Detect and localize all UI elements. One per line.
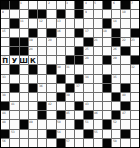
cell-r5c1[interactable]	[1, 38, 9, 46]
black-cell-r7c8	[66, 56, 74, 64]
cell-r9c11[interactable]	[94, 75, 102, 83]
cell-r7c11[interactable]	[94, 56, 102, 64]
black-cell-r14c9	[75, 120, 83, 128]
cell-r1c3[interactable]: 1	[20, 1, 28, 9]
cell-r14c14[interactable]	[121, 120, 129, 128]
cell-r8c9[interactable]	[75, 65, 83, 73]
cell-r11c12[interactable]	[103, 93, 111, 101]
cell-r4c3[interactable]	[20, 29, 28, 37]
cell-r14c2[interactable]	[10, 120, 18, 128]
cell-r2c11[interactable]	[94, 10, 102, 18]
black-cell-r8c4	[29, 65, 37, 73]
cell-r14c10[interactable]: 51	[84, 120, 92, 128]
black-cell-r3c12	[103, 19, 111, 27]
cell-r2c10[interactable]: 9	[84, 10, 92, 18]
cell-r16c4[interactable]	[29, 139, 37, 147]
cell-r9c6[interactable]	[47, 75, 55, 83]
cell-r15c2[interactable]: 53	[10, 130, 18, 138]
cell-r16c6[interactable]	[47, 139, 55, 147]
black-cell-r11c13	[112, 93, 120, 101]
clue-number: 50	[57, 120, 60, 123]
black-cell-r13c5	[38, 111, 46, 119]
black-cell-r4c13	[112, 29, 120, 37]
cell-r12c13[interactable]	[112, 102, 120, 110]
cell-r6c8[interactable]	[66, 47, 74, 55]
clue-number: 33	[2, 75, 5, 78]
cell-r7c5[interactable]	[38, 56, 46, 64]
cell-r7c3[interactable]: Ш	[20, 56, 28, 64]
black-cell-r4c4	[29, 29, 37, 37]
black-cell-r14c3	[20, 120, 28, 128]
cell-r13c6[interactable]	[47, 111, 55, 119]
black-cell-r13c7	[57, 111, 65, 119]
cell-r16c8[interactable]: 57	[66, 139, 74, 147]
cell-r9c13[interactable]: 35	[112, 75, 120, 83]
cell-r5c7[interactable]	[57, 38, 65, 46]
cell-r8c5[interactable]	[38, 65, 46, 73]
black-cell-r4c9	[75, 29, 83, 37]
cell-r16c5[interactable]	[38, 139, 46, 147]
cell-r10c10[interactable]	[84, 84, 92, 92]
cell-r3c15[interactable]	[131, 19, 139, 27]
cell-r4c1[interactable]: 15	[1, 29, 9, 37]
cell-r13c15[interactable]	[131, 111, 139, 119]
cell-r3c14[interactable]	[121, 19, 129, 27]
cell-r1c6[interactable]: 2	[47, 1, 55, 9]
cell-r14c1[interactable]: 48	[1, 120, 9, 128]
cell-r9c10[interactable]: 34	[84, 75, 92, 83]
cell-r7c6[interactable]	[47, 56, 55, 64]
cell-r16c10[interactable]	[84, 139, 92, 147]
cell-r10c9[interactable]: 37	[75, 84, 83, 92]
black-cell-r15c10	[84, 130, 92, 138]
cell-r3c13[interactable]: 14	[112, 19, 120, 27]
cell-r13c3[interactable]	[20, 111, 28, 119]
clue-number: 58	[113, 139, 116, 142]
cell-r10c11[interactable]	[94, 84, 102, 92]
black-cell-r9c9	[75, 75, 83, 83]
cell-r9c14[interactable]	[121, 75, 129, 83]
clue-number: 32	[131, 65, 134, 68]
black-cell-r12c5	[38, 102, 46, 110]
cell-r8c7[interactable]: 30	[57, 65, 65, 73]
cell-r16c1[interactable]: 56	[1, 139, 9, 147]
clue-number: 30	[57, 65, 60, 68]
clue-number: 36	[39, 84, 42, 87]
cell-r16c14[interactable]	[121, 139, 129, 147]
cell-r15c5[interactable]	[38, 130, 46, 138]
cell-r13c1[interactable]: 44	[1, 111, 9, 119]
filled-letter: К	[29, 56, 37, 64]
cell-r14c7[interactable]: 50	[57, 120, 65, 128]
cell-r10c13[interactable]	[112, 84, 120, 92]
black-cell-r14c12	[103, 120, 111, 128]
clue-number: 14	[113, 19, 116, 22]
cell-r10c7[interactable]	[57, 84, 65, 92]
cell-r9c2[interactable]	[10, 75, 18, 83]
cell-r7c14[interactable]	[121, 56, 129, 64]
cell-r8c3[interactable]	[20, 65, 28, 73]
black-cell-r9c7	[57, 75, 65, 83]
cell-r12c2[interactable]: 41	[10, 102, 18, 110]
black-cell-r6c14	[121, 47, 129, 55]
clue-number: 5	[94, 1, 96, 4]
cell-r7c7[interactable]	[57, 56, 65, 64]
cell-r3c11[interactable]	[94, 19, 102, 27]
clue-number: 10	[122, 10, 125, 13]
clue-number: 4	[85, 1, 87, 4]
cell-r4c2[interactable]	[10, 29, 18, 37]
cell-r11c11[interactable]	[94, 93, 102, 101]
black-cell-r5c10	[84, 38, 92, 46]
cell-r15c8[interactable]	[66, 130, 74, 138]
clue-number: 23	[131, 38, 134, 41]
cell-r1c10[interactable]: 4	[84, 1, 92, 9]
black-cell-r6c3	[20, 47, 28, 55]
black-cell-r7c12	[103, 56, 111, 64]
black-cell-r5c2	[10, 38, 18, 46]
cell-r6c12[interactable]	[103, 47, 111, 55]
cell-r4c7[interactable]: 16	[57, 29, 65, 37]
cell-r9c15[interactable]	[131, 75, 139, 83]
clue-number: 29	[113, 56, 116, 59]
cell-r15c12[interactable]	[103, 130, 111, 138]
cell-r12c7[interactable]	[57, 102, 65, 110]
clue-number: 31	[66, 65, 69, 68]
cell-r7c4[interactable]: К	[29, 56, 37, 64]
cell-r15c3[interactable]	[20, 130, 28, 138]
cell-r11c2[interactable]	[10, 93, 18, 101]
cell-r11c4[interactable]	[29, 93, 37, 101]
clue-number: 53	[11, 130, 14, 133]
cell-r8c13[interactable]	[112, 65, 120, 73]
black-cell-r1c12	[103, 1, 111, 9]
cell-r8c12[interactable]	[103, 65, 111, 73]
cell-r2c15[interactable]	[131, 10, 139, 18]
clue-number: 40	[122, 93, 125, 96]
clue-number: 20	[48, 38, 51, 41]
cell-r13c2[interactable]	[10, 111, 18, 119]
black-cell-r1c2	[10, 1, 18, 9]
cell-r9c3[interactable]	[20, 75, 28, 83]
clue-number: 1	[20, 1, 22, 4]
black-cell-r15c1	[1, 130, 9, 138]
cell-r5c5[interactable]	[38, 38, 46, 46]
cell-r15c15[interactable]	[131, 130, 139, 138]
black-cell-r6c2	[10, 47, 18, 55]
clue-number: 51	[85, 120, 88, 123]
cell-r9c5[interactable]	[38, 75, 46, 83]
cell-r11c6[interactable]	[47, 93, 55, 101]
black-cell-r3c2	[10, 19, 18, 27]
cell-r6c10[interactable]: 25	[84, 47, 92, 55]
cell-r12c15[interactable]	[131, 102, 139, 110]
cell-r12c11[interactable]	[94, 102, 102, 110]
clue-number: 56	[2, 139, 5, 142]
cell-r11c15[interactable]	[131, 93, 139, 101]
cell-r16c15[interactable]	[131, 139, 139, 147]
cell-r3c9[interactable]	[75, 19, 83, 27]
cell-r14c11[interactable]	[94, 120, 102, 128]
clue-number: 44	[2, 111, 5, 114]
cell-r15c13[interactable]	[112, 130, 120, 138]
cell-r6c13[interactable]: 26	[112, 47, 120, 55]
cell-r11c10[interactable]	[84, 93, 92, 101]
cell-r12c4[interactable]	[29, 102, 37, 110]
cell-r12c10[interactable]: 43	[84, 102, 92, 110]
cell-r3c7[interactable]: 13	[57, 19, 65, 27]
crossword-grid: 1234567891011121314151617181920212223242…	[1, 1, 139, 147]
cell-r2c14[interactable]: 10	[121, 10, 129, 18]
black-cell-r2c7	[57, 10, 65, 18]
cell-r5c11[interactable]: 21	[94, 38, 102, 46]
cell-r14c15[interactable]	[131, 120, 139, 128]
black-cell-r1c9	[75, 1, 83, 9]
black-cell-r9c12	[103, 75, 111, 83]
crossword-board: 1234567891011121314151617181920212223242…	[0, 0, 140, 148]
cell-r14c6[interactable]	[47, 120, 55, 128]
cell-r15c9[interactable]	[75, 130, 83, 138]
black-cell-r5c13	[112, 38, 120, 46]
cell-r16c2[interactable]	[10, 139, 18, 147]
cell-r6c6[interactable]	[47, 47, 55, 55]
cell-r10c5[interactable]: 36	[38, 84, 46, 92]
cell-r1c5[interactable]	[38, 1, 46, 9]
cell-r3c8[interactable]	[66, 19, 74, 27]
cell-r5c14[interactable]: 22	[121, 38, 129, 46]
cell-r2c13[interactable]	[112, 10, 120, 18]
cell-r10c6[interactable]	[47, 84, 55, 92]
cell-r2c3[interactable]	[20, 10, 28, 18]
cell-r8c11[interactable]	[94, 65, 102, 73]
cell-r4c12[interactable]: 18	[103, 29, 111, 37]
black-cell-r8c2	[10, 65, 18, 73]
cell-r15c7[interactable]: 54	[57, 130, 65, 138]
cell-r12c3[interactable]	[20, 102, 28, 110]
clue-number: 47	[122, 111, 125, 114]
cell-r12c6[interactable]: 42	[47, 102, 55, 110]
clue-number: 42	[48, 102, 51, 105]
clue-number: 12	[39, 19, 42, 22]
clue-number: 18	[103, 29, 106, 32]
clue-number: 49	[29, 120, 32, 123]
filled-letter: Ш	[20, 56, 28, 64]
cell-r3c3[interactable]: 11	[20, 19, 28, 27]
black-cell-r11c7	[57, 93, 65, 101]
black-cell-r6c9	[75, 47, 83, 55]
black-cell-r5c3	[20, 38, 28, 46]
black-cell-r10c12	[103, 84, 111, 92]
cell-r12c12[interactable]	[103, 102, 111, 110]
black-cell-r10c2	[10, 84, 18, 92]
clue-number: 17	[85, 29, 88, 32]
cell-r9c1[interactable]: 33	[1, 75, 9, 83]
cell-r14c5[interactable]	[38, 120, 46, 128]
black-cell-r4c15	[131, 29, 139, 37]
clue-number: 28	[85, 56, 88, 59]
cell-r15c11[interactable]: 55	[94, 130, 102, 138]
cell-r6c11[interactable]	[94, 47, 102, 55]
cell-r7c10[interactable]: 28	[84, 56, 92, 64]
clue-number: 25	[85, 47, 88, 50]
clue-number: 39	[66, 93, 69, 96]
cell-r3c4[interactable]	[29, 19, 37, 27]
cell-r4c14[interactable]	[121, 29, 129, 37]
clue-number: 16	[57, 29, 60, 32]
clue-number: 26	[113, 47, 116, 50]
cell-r8c10[interactable]	[84, 65, 92, 73]
clue-number: 52	[113, 120, 116, 123]
cell-r11c14[interactable]: 40	[121, 93, 129, 101]
cell-r5c8[interactable]	[66, 38, 74, 46]
cell-r2c2[interactable]	[10, 10, 18, 18]
cell-r15c4[interactable]	[29, 130, 37, 138]
black-cell-r10c14	[121, 84, 129, 92]
black-cell-r2c5	[38, 10, 46, 18]
clue-number: 7	[131, 1, 133, 4]
black-cell-r1c14	[121, 1, 129, 9]
clue-number: 2	[48, 1, 50, 4]
clue-number: 46	[94, 111, 97, 114]
cell-r2c12[interactable]	[103, 10, 111, 18]
cell-r7c1[interactable]: 27П	[1, 56, 9, 64]
cell-r1c4[interactable]	[29, 1, 37, 9]
cell-r8c8[interactable]: 31	[66, 65, 74, 73]
cell-r4c10[interactable]: 17	[84, 29, 92, 37]
cell-r11c9[interactable]	[75, 93, 83, 101]
cell-r16c9[interactable]	[75, 139, 83, 147]
cell-r2c1[interactable]: 8	[1, 10, 9, 18]
cell-r2c6[interactable]	[47, 10, 55, 18]
cell-r3c1[interactable]	[1, 19, 9, 27]
cell-r9c4[interactable]	[29, 75, 37, 83]
cell-r8c1[interactable]	[1, 65, 9, 73]
cell-r3c10[interactable]	[84, 19, 92, 27]
clue-number: 48	[2, 120, 5, 123]
cell-r6c7[interactable]	[57, 47, 65, 55]
cell-r6c1[interactable]	[1, 47, 9, 55]
filled-letter: У	[10, 56, 18, 64]
black-cell-r2c9	[75, 10, 83, 18]
black-cell-r15c6	[47, 130, 55, 138]
black-cell-r2c4	[29, 10, 37, 18]
clue-number: 19	[29, 38, 32, 41]
clue-number: 54	[57, 130, 60, 133]
black-cell-r13c13	[112, 111, 120, 119]
cell-r16c3[interactable]	[20, 139, 28, 147]
clue-number: 45	[66, 111, 69, 114]
black-cell-r10c4	[29, 84, 37, 92]
cell-r1c11[interactable]: 5	[94, 1, 102, 9]
black-cell-r16c7	[57, 139, 65, 147]
cell-r1c15[interactable]: 7	[131, 1, 139, 9]
black-cell-r16c12	[103, 139, 111, 147]
cell-r8c14[interactable]	[121, 65, 129, 73]
cell-r7c13[interactable]: 29	[112, 56, 120, 64]
clue-number: 34	[85, 75, 88, 78]
cell-r13c8[interactable]: 45	[66, 111, 74, 119]
cell-r6c15[interactable]	[131, 47, 139, 55]
clue-number: 11	[20, 19, 23, 22]
cell-r3c5[interactable]: 12	[38, 19, 46, 27]
cell-r10c3[interactable]	[20, 84, 28, 92]
clue-number: 38	[2, 93, 5, 96]
clue-number: 41	[11, 102, 14, 105]
cell-r10c1[interactable]	[1, 84, 9, 92]
black-cell-r7c9	[75, 56, 83, 64]
cell-r1c7[interactable]	[57, 1, 65, 9]
cell-r11c1[interactable]: 38	[1, 93, 9, 101]
cell-r13c11[interactable]: 46	[94, 111, 102, 119]
black-cell-r12c9	[75, 102, 83, 110]
cell-r13c14[interactable]: 47	[121, 111, 129, 119]
clue-number: 13	[57, 19, 60, 22]
cell-r16c11[interactable]	[94, 139, 102, 147]
clue-number: 8	[2, 10, 4, 13]
clue-number: 35	[113, 75, 116, 78]
cell-r11c8[interactable]: 39	[66, 93, 74, 101]
cell-r13c4[interactable]	[29, 111, 37, 119]
black-cell-r13c10	[84, 111, 92, 119]
cell-r2c8[interactable]	[66, 10, 74, 18]
cell-r1c13[interactable]: 6	[112, 1, 120, 9]
cell-r13c9[interactable]	[75, 111, 83, 119]
cell-r4c11[interactable]	[94, 29, 102, 37]
cell-r12c8[interactable]	[66, 102, 74, 110]
clue-number: 43	[85, 102, 88, 105]
cell-r14c13[interactable]: 52	[112, 120, 120, 128]
cell-r14c4[interactable]: 49	[29, 120, 37, 128]
clue-number: 22	[122, 38, 125, 41]
black-cell-r12c1	[1, 102, 9, 110]
filled-letter: П	[1, 56, 9, 64]
clue-number: 6	[113, 1, 115, 4]
clue-number: 9	[85, 10, 87, 13]
cell-r7c2[interactable]: У	[10, 56, 18, 64]
cell-r5c9[interactable]	[75, 38, 83, 46]
cell-r14c8[interactable]	[66, 120, 74, 128]
cell-r11c3[interactable]	[20, 93, 28, 101]
cell-r9c8[interactable]	[66, 75, 74, 83]
clue-number: 37	[76, 84, 79, 87]
cell-r16c13[interactable]: 58	[112, 139, 120, 147]
clue-number: 57	[66, 139, 69, 142]
cell-r13c12[interactable]	[103, 111, 111, 119]
cell-r11c5[interactable]	[38, 93, 46, 101]
cell-r3c6[interactable]	[47, 19, 55, 27]
clue-number: 24	[29, 47, 32, 50]
black-cell-r4c6	[47, 29, 55, 37]
cell-r6c5[interactable]	[38, 47, 46, 55]
cell-r5c15[interactable]: 23	[131, 38, 139, 46]
black-cell-r1c1	[1, 1, 9, 9]
clue-number: 3	[66, 1, 68, 4]
cell-r8c15[interactable]: 32	[131, 65, 139, 73]
cell-r5c6[interactable]: 20	[47, 38, 55, 46]
clue-number: 15	[2, 29, 5, 32]
cell-r1c8[interactable]: 3	[66, 1, 74, 9]
cell-r5c12[interactable]	[103, 38, 111, 46]
cell-r4c5[interactable]	[38, 29, 46, 37]
black-cell-r12c14	[121, 102, 129, 110]
cell-r10c15[interactable]	[131, 84, 139, 92]
black-cell-r15c14	[121, 130, 129, 138]
black-cell-r8c6	[47, 65, 55, 73]
clue-number: 55	[94, 130, 97, 133]
cell-r4c8[interactable]	[66, 29, 74, 37]
cell-r5c4[interactable]: 19	[29, 38, 37, 46]
cell-r6c4[interactable]: 24	[29, 47, 37, 55]
